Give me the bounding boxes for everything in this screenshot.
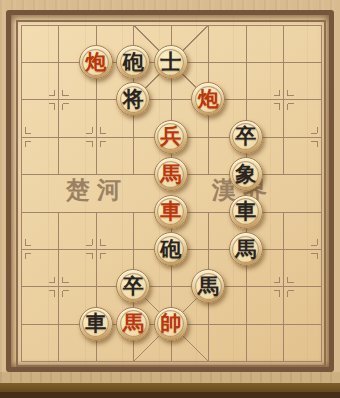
piece-glyph: 車 bbox=[85, 313, 106, 334]
piece-glyph: 将 bbox=[123, 89, 144, 110]
piece-glyph: 兵 bbox=[160, 126, 181, 147]
piece-glyph: 帥 bbox=[160, 313, 181, 334]
piece-red-cannon[interactable]: 炮 bbox=[79, 45, 113, 79]
piece-glyph: 車 bbox=[160, 201, 181, 222]
piece-glyph: 馬 bbox=[123, 313, 144, 334]
board-grid[interactable]: 炮砲士将炮兵卒馬象車車砲馬卒馬車馬帥 bbox=[2, 6, 340, 380]
piece-glyph: 卒 bbox=[123, 276, 144, 297]
piece-black-soldier[interactable]: 卒 bbox=[116, 269, 150, 303]
piece-glyph: 車 bbox=[235, 201, 256, 222]
piece-black-chariot[interactable]: 車 bbox=[79, 307, 113, 341]
piece-red-cannon[interactable]: 炮 bbox=[191, 82, 225, 116]
piece-glyph: 馬 bbox=[198, 276, 219, 297]
piece-black-cannon[interactable]: 砲 bbox=[154, 232, 188, 266]
piece-glyph: 炮 bbox=[198, 89, 219, 110]
piece-red-general[interactable]: 帥 bbox=[154, 307, 188, 341]
piece-black-horse[interactable]: 馬 bbox=[229, 232, 263, 266]
piece-glyph: 象 bbox=[235, 164, 256, 185]
piece-glyph: 士 bbox=[160, 52, 181, 73]
piece-red-chariot[interactable]: 車 bbox=[154, 195, 188, 229]
piece-black-chariot[interactable]: 車 bbox=[229, 195, 263, 229]
piece-glyph: 馬 bbox=[235, 239, 256, 260]
piece-glyph: 砲 bbox=[123, 52, 144, 73]
piece-black-general[interactable]: 将 bbox=[116, 82, 150, 116]
piece-red-soldier[interactable]: 兵 bbox=[154, 120, 188, 154]
piece-red-horse[interactable]: 馬 bbox=[116, 307, 150, 341]
piece-black-cannon[interactable]: 砲 bbox=[116, 45, 150, 79]
piece-glyph: 卒 bbox=[235, 126, 256, 147]
piece-glyph: 砲 bbox=[160, 239, 181, 260]
piece-black-elephant[interactable]: 象 bbox=[229, 157, 263, 191]
piece-black-soldier[interactable]: 卒 bbox=[229, 120, 263, 154]
piece-glyph: 馬 bbox=[160, 164, 181, 185]
piece-black-horse[interactable]: 馬 bbox=[191, 269, 225, 303]
xiangqi-app: 楚河 漢界 炮砲士将炮兵卒馬象車車砲馬卒馬車馬帥 bbox=[0, 0, 340, 398]
piece-red-horse[interactable]: 馬 bbox=[154, 157, 188, 191]
piece-black-advisor[interactable]: 士 bbox=[154, 45, 188, 79]
piece-glyph: 炮 bbox=[85, 52, 106, 73]
